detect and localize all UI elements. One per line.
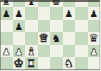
square-f5[interactable]	[63, 32, 76, 45]
square-h3[interactable]	[88, 57, 101, 70]
chess-board-screenshot: ♜♝♚♟♟♟♟♟♛♞♛♟♟♝♟♚♜♞	[0, 0, 100, 70]
black-knight-e5[interactable]: ♞	[50, 32, 63, 45]
black-pawn-a7[interactable]: ♟	[0, 7, 13, 20]
square-b7[interactable]: ♟	[13, 7, 26, 20]
white-bishop-c4[interactable]: ♝	[25, 45, 38, 58]
square-h5[interactable]: ♛	[88, 32, 101, 45]
white-queen-d5[interactable]: ♛	[38, 32, 51, 45]
square-e3[interactable]	[50, 57, 63, 70]
black-queen-h5[interactable]: ♛	[88, 32, 101, 45]
square-g5[interactable]	[75, 32, 88, 45]
square-f8[interactable]	[63, 0, 76, 7]
square-g8[interactable]	[75, 0, 88, 7]
white-king-b3[interactable]: ♚	[13, 57, 26, 70]
square-f4[interactable]	[63, 45, 76, 58]
black-pawn-b7[interactable]: ♟	[13, 7, 26, 20]
square-d8[interactable]	[38, 0, 51, 7]
square-e8[interactable]: ♚	[50, 0, 63, 7]
square-f3[interactable]: ♞	[63, 57, 76, 70]
square-g7[interactable]	[75, 7, 88, 20]
square-d5[interactable]: ♛	[38, 32, 51, 45]
chess-board: ♜♝♚♟♟♟♟♟♛♞♛♟♟♝♟♚♜♞	[0, 0, 100, 70]
square-c6[interactable]	[25, 20, 38, 33]
square-d7[interactable]	[38, 7, 51, 20]
square-c8[interactable]: ♝	[25, 0, 38, 7]
square-a3[interactable]	[0, 57, 13, 70]
square-b5[interactable]	[13, 32, 26, 45]
black-pawn-h7[interactable]: ♟	[88, 7, 101, 20]
square-a5[interactable]	[0, 32, 13, 45]
square-h2[interactable]	[88, 70, 101, 71]
white-pawn-a4[interactable]: ♟	[0, 45, 13, 58]
square-b2[interactable]	[13, 70, 26, 71]
square-g3[interactable]	[75, 57, 88, 70]
square-a4[interactable]: ♟	[0, 45, 13, 58]
square-e4[interactable]	[50, 45, 63, 58]
square-e2[interactable]	[50, 70, 63, 71]
black-bishop-c8[interactable]: ♝	[25, 0, 38, 7]
square-f7[interactable]: ♟	[63, 7, 76, 20]
square-g4[interactable]	[75, 45, 88, 58]
square-a8[interactable]: ♜	[0, 0, 13, 7]
black-pawn-b6[interactable]: ♟	[13, 20, 26, 33]
square-c3[interactable]: ♜	[25, 57, 38, 70]
square-h7[interactable]: ♟	[88, 7, 101, 20]
square-e5[interactable]: ♞	[50, 32, 63, 45]
white-knight-f3[interactable]: ♞	[63, 57, 76, 70]
black-pawn-f7[interactable]: ♟	[63, 7, 76, 20]
black-king-e8[interactable]: ♚	[50, 0, 63, 7]
square-e6[interactable]	[50, 20, 63, 33]
square-h4[interactable]: ♟	[88, 45, 101, 58]
white-rook-c3[interactable]: ♜	[25, 57, 38, 70]
square-d4[interactable]	[38, 45, 51, 58]
square-c4[interactable]: ♝	[25, 45, 38, 58]
square-g6[interactable]	[75, 20, 88, 33]
square-d3[interactable]	[38, 57, 51, 70]
square-e7[interactable]	[50, 7, 63, 20]
square-c7[interactable]	[25, 7, 38, 20]
square-g2[interactable]	[75, 70, 88, 71]
square-b3[interactable]: ♚	[13, 57, 26, 70]
black-rook-a8[interactable]: ♜	[0, 0, 13, 7]
square-d2[interactable]	[38, 70, 51, 71]
square-b8[interactable]	[13, 0, 26, 7]
square-f2[interactable]	[63, 70, 76, 71]
square-a7[interactable]: ♟	[0, 7, 13, 20]
square-c5[interactable]	[25, 32, 38, 45]
white-pawn-h4[interactable]: ♟	[88, 45, 101, 58]
square-a6[interactable]	[0, 20, 13, 33]
square-b6[interactable]: ♟	[13, 20, 26, 33]
square-f6[interactable]	[63, 20, 76, 33]
square-c2[interactable]	[25, 70, 38, 71]
square-a2[interactable]	[0, 70, 13, 71]
square-h8[interactable]	[88, 0, 101, 7]
